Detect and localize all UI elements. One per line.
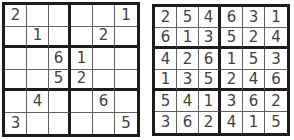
solution-cell-r5c5: 6 — [243, 91, 265, 112]
puzzle-cell-r6c5 — [93, 113, 115, 135]
puzzle-cell-r3c3: 6 — [49, 48, 71, 70]
puzzle-cell-r1c3 — [49, 5, 71, 27]
puzzle-cell-r5c2: 4 — [27, 91, 49, 113]
puzzle-cell-r3c2 — [27, 48, 49, 70]
solution-cell-r6c3: 2 — [199, 112, 221, 133]
solution-cell-r1c5: 3 — [243, 7, 265, 28]
puzzle-cell-r1c4 — [71, 5, 93, 27]
solution-cell-r2c6: 4 — [265, 28, 287, 49]
puzzle-cell-r5c6 — [115, 91, 137, 113]
puzzle-cell-r2c5: 2 — [93, 27, 115, 49]
puzzle-cell-r1c1: 2 — [5, 5, 27, 27]
solution-cell-r4c6: 6 — [265, 70, 287, 91]
solution-cell-r6c2: 6 — [177, 112, 199, 133]
sudoku-solution-grid: 254631613524426153135246541362362415 — [152, 4, 290, 136]
puzzle-cell-r1c2 — [27, 5, 49, 27]
puzzle-cell-r4c3: 5 — [49, 70, 71, 92]
solution-cell-r2c4: 5 — [221, 28, 243, 49]
solution-cell-r1c2: 5 — [177, 7, 199, 28]
solution-cell-r5c6: 2 — [265, 91, 287, 112]
puzzle-cell-r6c3 — [49, 113, 71, 135]
solution-cell-r4c5: 4 — [243, 70, 265, 91]
solution-cell-r5c1: 5 — [155, 91, 177, 112]
puzzle-cell-r6c1: 3 — [5, 113, 27, 135]
puzzle-cell-r4c6 — [115, 70, 137, 92]
puzzle-cell-r5c3 — [49, 91, 71, 113]
puzzle-cell-r3c6 — [115, 48, 137, 70]
solution-cell-r4c2: 3 — [177, 70, 199, 91]
puzzle-cell-r6c6: 5 — [115, 113, 137, 135]
solution-cell-r1c3: 4 — [199, 7, 221, 28]
puzzle-cell-r2c2: 1 — [27, 27, 49, 49]
puzzle-cell-r5c4 — [71, 91, 93, 113]
solution-cell-r1c6: 1 — [265, 7, 287, 28]
solution-cell-r6c6: 5 — [265, 112, 287, 133]
solution-cell-r3c2: 2 — [177, 49, 199, 70]
solution-cell-r1c1: 2 — [155, 7, 177, 28]
puzzle-cell-r1c6: 1 — [115, 5, 137, 27]
solution-cell-r6c5: 1 — [243, 112, 265, 133]
solution-cell-r3c4: 1 — [221, 49, 243, 70]
solution-cell-r5c3: 1 — [199, 91, 221, 112]
puzzle-cell-r3c1 — [5, 48, 27, 70]
puzzle-cell-r3c5 — [93, 48, 115, 70]
puzzle-cell-r5c1 — [5, 91, 27, 113]
solution-cell-r4c1: 1 — [155, 70, 177, 91]
puzzle-cell-r2c1 — [5, 27, 27, 49]
solution-cell-r5c2: 4 — [177, 91, 199, 112]
puzzle-cell-r2c6 — [115, 27, 137, 49]
puzzle-cell-r4c4: 2 — [71, 70, 93, 92]
puzzle-cell-r1c5 — [93, 5, 115, 27]
puzzle-cell-r2c4 — [71, 27, 93, 49]
solution-cell-r3c1: 4 — [155, 49, 177, 70]
puzzle-cell-r4c1 — [5, 70, 27, 92]
solution-cell-r4c4: 2 — [221, 70, 243, 91]
puzzle-cell-r6c4 — [71, 113, 93, 135]
puzzle-cell-r4c2 — [27, 70, 49, 92]
solution-cell-r3c6: 3 — [265, 49, 287, 70]
solution-cell-r5c4: 3 — [221, 91, 243, 112]
solution-cell-r2c2: 1 — [177, 28, 199, 49]
solution-cell-r6c4: 4 — [221, 112, 243, 133]
solution-cell-r4c3: 5 — [199, 70, 221, 91]
solution-cell-r2c1: 6 — [155, 28, 177, 49]
solution-cell-r3c5: 5 — [243, 49, 265, 70]
puzzle-cell-r2c3 — [49, 27, 71, 49]
solution-cell-r2c5: 2 — [243, 28, 265, 49]
puzzle-cell-r3c4: 1 — [71, 48, 93, 70]
solution-cell-r2c3: 3 — [199, 28, 221, 49]
puzzle-cell-r6c2 — [27, 113, 49, 135]
sudoku-puzzle-grid: 211261524635 — [2, 2, 140, 137]
solution-cell-r6c1: 3 — [155, 112, 177, 133]
solution-cell-r1c4: 6 — [221, 7, 243, 28]
solution-cell-r3c3: 6 — [199, 49, 221, 70]
puzzle-cell-r5c5: 6 — [93, 91, 115, 113]
puzzle-cell-r4c5 — [93, 70, 115, 92]
